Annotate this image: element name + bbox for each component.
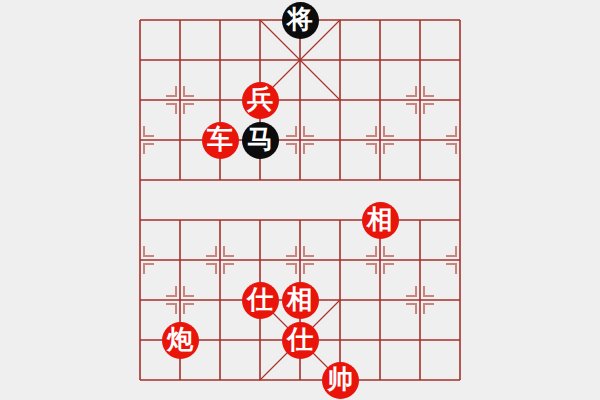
board-point-2-3: 车 xyxy=(200,120,240,160)
piece-red-advisor[interactable]: 仕 xyxy=(282,322,319,359)
piece-red-soldier[interactable]: 兵 xyxy=(242,82,279,119)
board-point-3-3: 马 xyxy=(240,120,280,160)
board-point-1-8: 炮 xyxy=(160,320,200,360)
board-point-4-0: 将 xyxy=(280,0,320,40)
piece-red-advisor[interactable]: 仕 xyxy=(242,282,279,319)
piece-black-horse[interactable]: 马 xyxy=(242,122,279,159)
board-point-5-9: 帅 xyxy=(320,360,360,400)
pieces-layer: 将兵车马相仕相炮仕帅 xyxy=(120,0,480,400)
board-point-3-7: 仕 xyxy=(240,280,280,320)
piece-red-chariot[interactable]: 车 xyxy=(202,122,239,159)
board-point-6-5: 相 xyxy=(360,200,400,240)
piece-black-general[interactable]: 将 xyxy=(282,2,319,39)
board-point-3-2: 兵 xyxy=(240,80,280,120)
piece-red-elephant[interactable]: 相 xyxy=(362,202,399,239)
xiangqi-board: 将兵车马相仕相炮仕帅 xyxy=(0,0,600,400)
board-point-4-7: 相 xyxy=(280,280,320,320)
piece-red-elephant[interactable]: 相 xyxy=(282,282,319,319)
piece-red-general[interactable]: 帅 xyxy=(322,362,359,399)
board-point-4-8: 仕 xyxy=(280,320,320,360)
piece-red-cannon[interactable]: 炮 xyxy=(162,322,199,359)
